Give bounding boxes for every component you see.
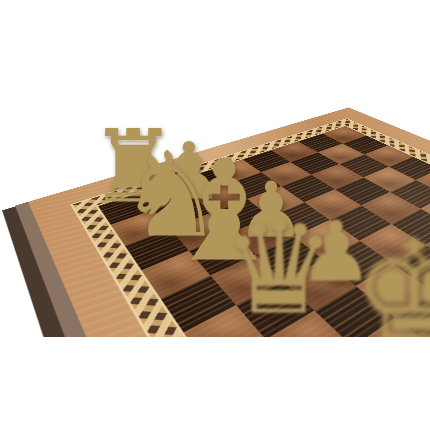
screenshot-canvas: ♜♟♞♝♟♛♟♚ [0,0,430,430]
piece-queen-e1: ♛ [222,204,337,332]
piece-king-g1: ♚ [352,222,430,337]
board-photo: ♜♟♞♝♟♛♟♚ [0,0,430,337]
